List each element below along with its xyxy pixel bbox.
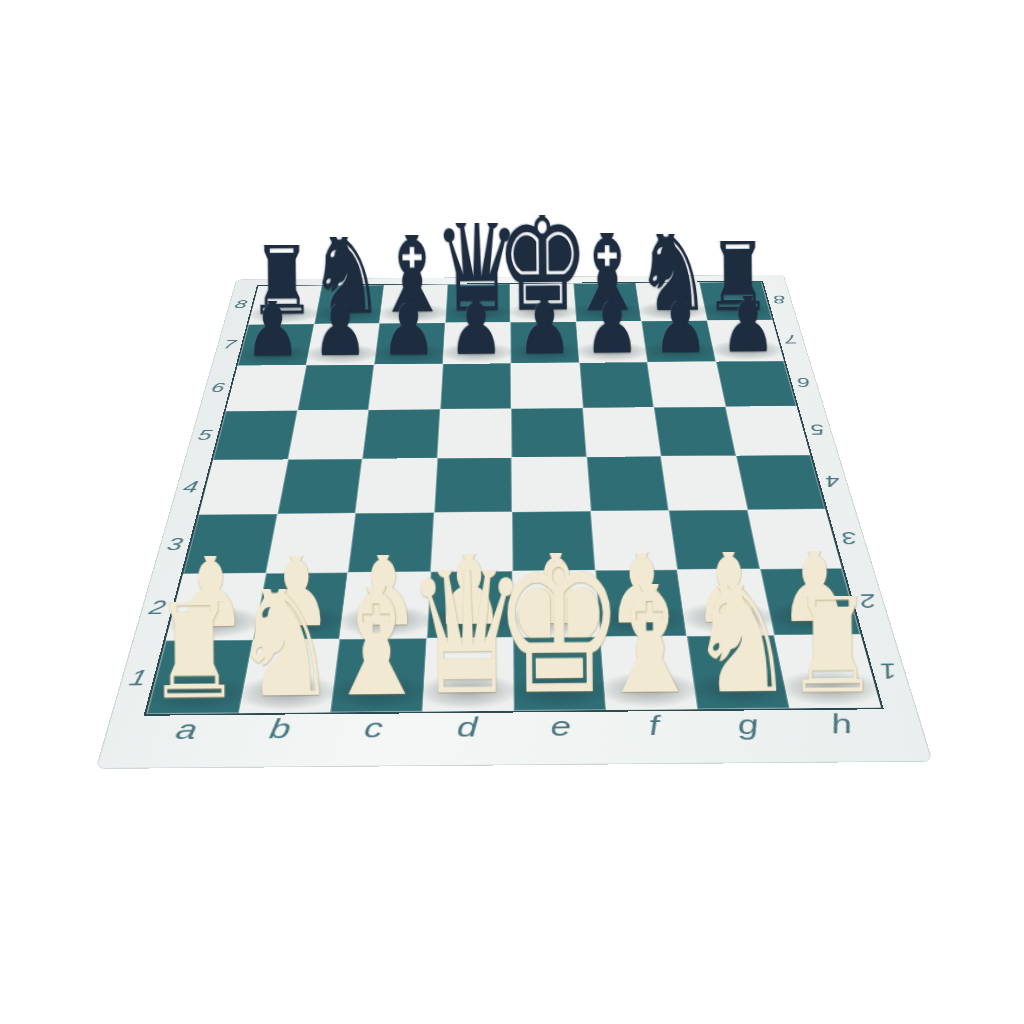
chess-board: ♜♞♝♛♚♝♞♜♟♟♟♟♟♟♟♟♟♟♟♟♟♟♟♟♜♞♝♛♚♝♞♜ [144, 281, 884, 716]
rook-icon: ♜ [784, 580, 881, 701]
square-e6[interactable] [511, 363, 583, 409]
file-label-h: h [790, 704, 895, 750]
bishop-icon: ♝ [595, 566, 705, 703]
pawn-icon: ♟ [584, 288, 640, 358]
square-f7[interactable]: ♟ [576, 321, 647, 363]
square-a5[interactable] [213, 410, 297, 460]
square-c5[interactable] [362, 409, 440, 459]
file-label-f: f [606, 706, 705, 753]
square-d6[interactable] [440, 363, 511, 409]
square-g6[interactable] [647, 362, 725, 408]
square-b4[interactable] [277, 459, 362, 514]
square-g5[interactable] [654, 406, 736, 456]
square-c6[interactable] [368, 364, 442, 410]
square-a4[interactable] [199, 459, 288, 514]
square-d5[interactable] [437, 408, 512, 458]
rook-icon: ♜ [145, 585, 242, 706]
square-a6[interactable] [226, 365, 306, 411]
square-c7[interactable]: ♟ [374, 323, 445, 365]
square-a1[interactable]: ♜ [147, 639, 253, 714]
pawn-icon: ♟ [448, 290, 504, 360]
square-b5[interactable] [288, 410, 369, 460]
square-b7[interactable]: ♟ [306, 323, 380, 365]
file-label-a: a [133, 710, 237, 757]
pawn-icon: ♟ [312, 291, 368, 361]
square-h5[interactable] [725, 406, 810, 456]
square-e7[interactable]: ♟ [510, 321, 579, 363]
square-h1[interactable]: ♜ [774, 634, 881, 708]
square-h7[interactable]: ♟ [707, 320, 784, 362]
file-label-b: b [228, 709, 329, 756]
product-photo-scene: 87654321 87654321 ♜♞♝♛♚♝♞♜♟♟♟♟♟♟♟♟♟♟♟♟♟♟… [0, 0, 1024, 1024]
square-c4[interactable] [355, 458, 436, 513]
pawn-icon: ♟ [516, 289, 572, 359]
bishop-icon: ♝ [321, 568, 431, 705]
pawn-icon: ♟ [380, 290, 436, 360]
square-h4[interactable] [735, 455, 825, 510]
chess-board-mat: 87654321 87654321 ♜♞♝♛♚♝♞♜♟♟♟♟♟♟♟♟♟♟♟♟♟♟… [97, 275, 931, 768]
piece-black-pawn-a7[interactable]: ♟ [238, 300, 306, 361]
file-label-d: d [419, 707, 514, 754]
square-f6[interactable] [579, 362, 654, 408]
file-label-e: e [514, 706, 610, 753]
piece-black-pawn-g7[interactable]: ♟ [646, 297, 714, 358]
pawn-icon: ♟ [244, 291, 300, 361]
piece-black-pawn-e7[interactable]: ♟ [510, 298, 578, 359]
file-label-c: c [324, 708, 422, 755]
square-f5[interactable] [582, 407, 660, 457]
piece-white-rook-a1[interactable]: ♜ [135, 601, 253, 706]
square-g4[interactable] [661, 456, 747, 511]
piece-black-pawn-c7[interactable]: ♟ [374, 299, 442, 360]
square-e5[interactable] [511, 408, 586, 458]
file-label-g: g [698, 705, 800, 751]
piece-black-pawn-f7[interactable]: ♟ [578, 297, 646, 358]
pawn-icon: ♟ [652, 288, 708, 358]
piece-white-rook-h1[interactable]: ♜ [774, 595, 892, 700]
piece-white-bishop-f1[interactable]: ♝ [583, 583, 716, 702]
square-b6[interactable] [297, 365, 374, 411]
square-d7[interactable]: ♟ [442, 322, 510, 364]
square-h6[interactable] [716, 361, 797, 407]
piece-black-pawn-b7[interactable]: ♟ [306, 300, 374, 361]
square-g7[interactable]: ♟ [641, 320, 715, 362]
piece-black-pawn-d7[interactable]: ♟ [442, 299, 510, 360]
square-a7[interactable]: ♟ [238, 324, 314, 366]
piece-white-bishop-c1[interactable]: ♝ [310, 586, 443, 705]
square-f1[interactable]: ♝ [600, 636, 697, 710]
square-c1[interactable]: ♝ [330, 638, 426, 712]
